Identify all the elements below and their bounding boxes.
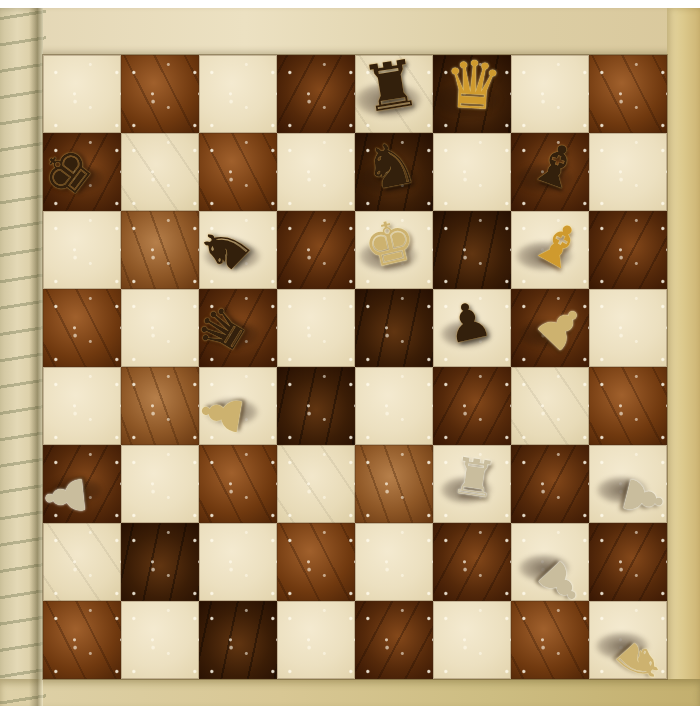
square-d1 [277,601,355,679]
square-f7 [433,133,511,211]
square-a8 [43,55,121,133]
square-a2 [43,523,121,601]
square-d2 [277,523,355,601]
square-h8 [589,55,667,133]
stone-speckles [199,523,277,601]
square-c1 [199,601,277,679]
square-e2 [355,523,433,601]
stone-speckles [121,367,199,445]
stone-speckles [277,445,355,523]
square-a1 [43,601,121,679]
stone-speckles [511,367,589,445]
square-b6 [121,211,199,289]
square-a5 [43,289,121,367]
stone-speckles [589,367,667,445]
square-g2 [511,523,589,601]
stone-speckles [43,445,121,523]
stone-speckles [511,289,589,367]
stone-speckles [433,289,511,367]
stone-speckles [355,289,433,367]
square-e6 [355,211,433,289]
square-c8 [199,55,277,133]
stone-speckles [277,133,355,211]
square-f3 [433,445,511,523]
square-a7 [43,133,121,211]
square-f4 [433,367,511,445]
square-g3 [511,445,589,523]
stone-speckles [43,367,121,445]
marble-frame: ♜♛♚♞♝♞♚♝♛♟♟♟♟♜♟♟♞ [0,8,700,706]
square-e7 [355,133,433,211]
square-g4 [511,367,589,445]
stone-speckles [355,367,433,445]
stone-speckles [511,133,589,211]
square-h3 [589,445,667,523]
square-h6 [589,211,667,289]
square-a6 [43,211,121,289]
stone-speckles [199,601,277,679]
square-a3 [43,445,121,523]
stone-speckles [121,445,199,523]
square-b4 [121,367,199,445]
stone-speckles [433,601,511,679]
square-b8 [121,55,199,133]
square-d8 [277,55,355,133]
stone-speckles [589,55,667,133]
stone-speckles [355,523,433,601]
square-b2 [121,523,199,601]
stone-speckles [511,445,589,523]
chess-board [43,55,667,679]
square-e1 [355,601,433,679]
stone-speckles [433,133,511,211]
stone-speckles [277,601,355,679]
frame-top-edge [0,8,700,55]
stone-speckles [121,211,199,289]
square-d5 [277,289,355,367]
stone-speckles [43,601,121,679]
stone-speckles [43,133,121,211]
square-c3 [199,445,277,523]
stone-speckles [43,55,121,133]
square-d7 [277,133,355,211]
square-f6 [433,211,511,289]
square-g8 [511,55,589,133]
square-f2 [433,523,511,601]
square-h7 [589,133,667,211]
stone-speckles [433,211,511,289]
square-f1 [433,601,511,679]
stone-speckles [277,55,355,133]
stone-speckles [277,523,355,601]
stone-speckles [43,289,121,367]
stone-speckles [433,55,511,133]
square-c7 [199,133,277,211]
square-b5 [121,289,199,367]
stone-speckles [355,445,433,523]
stone-speckles [511,55,589,133]
square-d3 [277,445,355,523]
stone-speckles [199,289,277,367]
frame-bottom-edge [0,679,700,706]
stone-speckles [43,523,121,601]
stone-speckles [355,211,433,289]
square-e8 [355,55,433,133]
stone-speckles [199,445,277,523]
stone-speckles [433,367,511,445]
square-h4 [589,367,667,445]
stone-speckles [589,523,667,601]
stone-speckles [121,289,199,367]
frame-left-edge [0,8,43,706]
stone-speckles [199,211,277,289]
square-b3 [121,445,199,523]
stone-speckles [433,445,511,523]
square-e4 [355,367,433,445]
stone-speckles [589,445,667,523]
square-g1 [511,601,589,679]
stone-speckles [199,55,277,133]
stone-speckles [355,601,433,679]
square-c4 [199,367,277,445]
square-b7 [121,133,199,211]
stone-speckles [589,289,667,367]
stone-speckles [121,523,199,601]
square-c2 [199,523,277,601]
square-c5 [199,289,277,367]
stone-speckles [277,289,355,367]
stone-speckles [589,211,667,289]
square-g6 [511,211,589,289]
square-e3 [355,445,433,523]
stone-speckles [355,55,433,133]
stone-speckles [277,211,355,289]
chessboard-photo: ♜♛♚♞♝♞♚♝♛♟♟♟♟♜♟♟♞ [0,0,700,720]
stone-speckles [511,523,589,601]
stone-speckles [121,601,199,679]
stone-speckles [121,55,199,133]
stone-speckles [199,133,277,211]
square-c6 [199,211,277,289]
square-g7 [511,133,589,211]
stone-speckles [433,523,511,601]
stone-speckles [511,601,589,679]
stone-speckles [277,367,355,445]
square-f8 [433,55,511,133]
square-g5 [511,289,589,367]
square-h5 [589,289,667,367]
square-h1 [589,601,667,679]
square-d6 [277,211,355,289]
frame-right-edge [667,8,700,706]
square-d4 [277,367,355,445]
stone-speckles [199,367,277,445]
stone-speckles [589,601,667,679]
stone-speckles [355,133,433,211]
square-f5 [433,289,511,367]
stone-speckles [43,211,121,289]
stone-speckles [511,211,589,289]
stone-speckles [121,133,199,211]
stone-speckles [589,133,667,211]
square-h2 [589,523,667,601]
square-a4 [43,367,121,445]
square-e5 [355,289,433,367]
square-b1 [121,601,199,679]
